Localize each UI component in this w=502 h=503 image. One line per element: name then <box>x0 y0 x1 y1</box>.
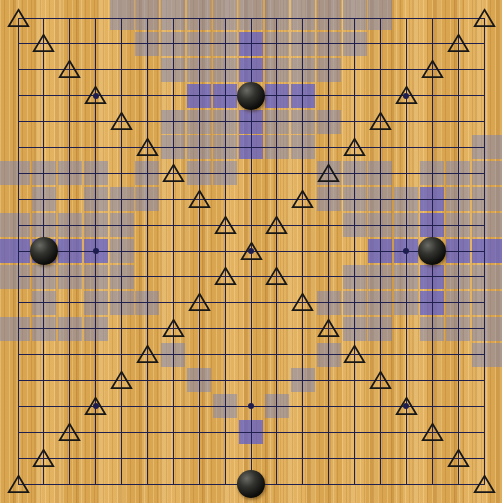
triangle-mark-icon <box>110 111 133 131</box>
triangle-mark-icon <box>317 163 340 183</box>
grid-line-vertical <box>328 18 329 485</box>
triangle-mark-icon <box>421 59 444 79</box>
black-stone-R10[interactable] <box>418 237 446 265</box>
triangle-mark-icon <box>32 33 55 53</box>
triangle-mark-icon <box>162 163 185 183</box>
triangle-mark-icon <box>84 85 107 105</box>
triangle-mark-icon <box>188 189 211 209</box>
grid-line-vertical <box>458 18 459 485</box>
triangle-mark-icon <box>369 370 392 390</box>
star-point <box>248 403 254 409</box>
triangle-mark-icon <box>110 370 133 390</box>
black-stone-K16[interactable] <box>237 82 265 110</box>
grid-line-horizontal <box>18 380 485 381</box>
grid-line-horizontal <box>18 354 485 355</box>
grid-line-horizontal <box>18 458 485 459</box>
grid-line-horizontal <box>18 328 485 329</box>
triangle-mark-icon <box>7 8 30 28</box>
triangle-mark-icon <box>291 292 314 312</box>
triangle-mark-icon <box>447 33 470 53</box>
triangle-mark-icon <box>473 8 496 28</box>
triangle-mark-icon <box>343 137 366 157</box>
triangle-mark-icon <box>58 59 81 79</box>
triangle-mark-icon <box>265 266 288 286</box>
go-board[interactable] <box>0 0 502 503</box>
triangle-mark-icon <box>317 318 340 338</box>
triangle-mark-icon <box>265 215 288 235</box>
triangle-mark-icon <box>421 422 444 442</box>
triangle-mark-icon <box>473 474 496 494</box>
grid-line-vertical <box>276 18 277 485</box>
black-stone-B10[interactable] <box>30 237 58 265</box>
triangle-mark-icon <box>291 189 314 209</box>
star-point <box>93 248 99 254</box>
triangle-mark-icon <box>136 344 159 364</box>
triangle-mark-icon <box>369 111 392 131</box>
grid-line-horizontal <box>18 276 485 277</box>
triangle-mark-icon <box>188 292 211 312</box>
grid-line-vertical <box>380 18 381 485</box>
triangle-mark-icon <box>395 396 418 416</box>
screenshot-root <box>0 0 502 503</box>
triangle-mark-icon <box>58 422 81 442</box>
grid-line-horizontal <box>18 302 485 303</box>
grid-line-horizontal <box>18 432 485 433</box>
triangle-mark-icon <box>7 474 30 494</box>
triangle-mark-icon <box>447 448 470 468</box>
triangle-mark-icon <box>240 241 263 261</box>
triangle-mark-icon <box>136 137 159 157</box>
grid-line-vertical <box>354 18 355 485</box>
triangle-mark-icon <box>32 448 55 468</box>
triangle-mark-icon <box>395 85 418 105</box>
black-stone-K1[interactable] <box>237 470 265 498</box>
triangle-mark-icon <box>214 215 237 235</box>
triangle-mark-icon <box>343 344 366 364</box>
grid-line-vertical <box>484 18 485 485</box>
triangle-mark-icon <box>84 396 107 416</box>
triangle-mark-icon <box>162 318 185 338</box>
grid-line-vertical <box>302 18 303 485</box>
triangle-mark-icon <box>214 266 237 286</box>
